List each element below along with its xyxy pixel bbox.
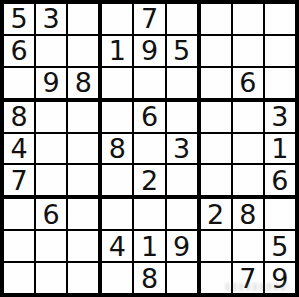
- cell-r7c4[interactable]: [102, 199, 132, 229]
- cell-r2c2[interactable]: [36, 36, 66, 66]
- cell-r1c4[interactable]: [102, 4, 132, 34]
- box-8: 4198: [102, 199, 196, 293]
- cell-r9c7[interactable]: [201, 263, 231, 293]
- cell-r5c8[interactable]: [233, 134, 263, 164]
- box-6: 316: [201, 102, 295, 196]
- cell-r1c6[interactable]: [167, 4, 197, 34]
- cell-r2c3[interactable]: [68, 36, 98, 66]
- cell-r2c9[interactable]: [265, 36, 295, 66]
- cell-r9c8: 7: [233, 263, 263, 293]
- cell-r3c6[interactable]: [167, 68, 197, 98]
- box-1: 53698: [4, 4, 98, 98]
- cell-r5c5[interactable]: [134, 134, 164, 164]
- cell-r3c1[interactable]: [4, 68, 34, 98]
- cell-r1c7[interactable]: [201, 4, 231, 34]
- cell-r6c8[interactable]: [233, 165, 263, 195]
- cell-r5c1: 4: [4, 134, 34, 164]
- cell-r7c8: 8: [233, 199, 263, 229]
- box-4: 847: [4, 102, 98, 196]
- cell-r3c3: 8: [68, 68, 98, 98]
- cell-r8c1[interactable]: [4, 231, 34, 261]
- cell-r1c8[interactable]: [233, 4, 263, 34]
- cell-r7c2: 6: [36, 199, 66, 229]
- cell-r9c3[interactable]: [68, 263, 98, 293]
- box-2: 7195: [102, 4, 196, 98]
- cell-r6c5: 2: [134, 165, 164, 195]
- cell-r7c3[interactable]: [68, 199, 98, 229]
- cell-r5c4: 8: [102, 134, 132, 164]
- cell-r2c8[interactable]: [233, 36, 263, 66]
- cell-r1c3[interactable]: [68, 4, 98, 34]
- cell-r6c2[interactable]: [36, 165, 66, 195]
- cell-r8c2[interactable]: [36, 231, 66, 261]
- cell-r5c7[interactable]: [201, 134, 231, 164]
- cell-r3c4[interactable]: [102, 68, 132, 98]
- cell-r9c5: 8: [134, 263, 164, 293]
- cell-r4c8[interactable]: [233, 102, 263, 132]
- cell-r4c2[interactable]: [36, 102, 66, 132]
- cell-r3c2: 9: [36, 68, 66, 98]
- cell-r4c4[interactable]: [102, 102, 132, 132]
- cell-r2c7[interactable]: [201, 36, 231, 66]
- cell-r8c4: 4: [102, 231, 132, 261]
- cell-r6c7[interactable]: [201, 165, 231, 195]
- cell-r8c7[interactable]: [201, 231, 231, 261]
- cell-r5c6: 3: [167, 134, 197, 164]
- cell-r6c4[interactable]: [102, 165, 132, 195]
- cell-r6c9: 6: [265, 165, 295, 195]
- cell-r3c7[interactable]: [201, 68, 231, 98]
- cell-r7c6[interactable]: [167, 199, 197, 229]
- cell-r4c6[interactable]: [167, 102, 197, 132]
- cell-r3c9[interactable]: [265, 68, 295, 98]
- box-7: 6: [4, 199, 98, 293]
- cell-r1c9[interactable]: [265, 4, 295, 34]
- cell-r9c6[interactable]: [167, 263, 197, 293]
- cell-r6c1: 7: [4, 165, 34, 195]
- cell-r9c4[interactable]: [102, 263, 132, 293]
- cell-r4c7[interactable]: [201, 102, 231, 132]
- cell-r1c1: 5: [4, 4, 34, 34]
- cell-r8c9: 5: [265, 231, 295, 261]
- cell-r4c9: 3: [265, 102, 295, 132]
- cell-r7c7: 2: [201, 199, 231, 229]
- cell-r2c4: 1: [102, 36, 132, 66]
- cell-r5c3[interactable]: [68, 134, 98, 164]
- cell-r4c5: 6: [134, 102, 164, 132]
- cell-r7c9[interactable]: [265, 199, 295, 229]
- cell-r2c1: 6: [4, 36, 34, 66]
- cell-r2c5: 9: [134, 36, 164, 66]
- cell-r7c1[interactable]: [4, 199, 34, 229]
- box-3: 6: [201, 4, 295, 98]
- cell-r9c9: 9: [265, 263, 295, 293]
- cell-r4c3[interactable]: [68, 102, 98, 132]
- cell-r3c8: 6: [233, 68, 263, 98]
- cell-r3c5[interactable]: [134, 68, 164, 98]
- cell-r9c2[interactable]: [36, 263, 66, 293]
- cell-r8c5: 1: [134, 231, 164, 261]
- box-9: 28579: [201, 199, 295, 293]
- cell-r6c6[interactable]: [167, 165, 197, 195]
- box-5: 6832: [102, 102, 196, 196]
- cell-r5c2[interactable]: [36, 134, 66, 164]
- cell-r8c6: 9: [167, 231, 197, 261]
- cell-r1c5: 7: [134, 4, 164, 34]
- sudoku-board: 536987195684768323166419828579: [0, 0, 299, 297]
- cell-r8c8[interactable]: [233, 231, 263, 261]
- sudoku-board-wrap: 536987195684768323166419828579: [0, 0, 299, 297]
- cell-r4c1: 8: [4, 102, 34, 132]
- cell-r1c2: 3: [36, 4, 66, 34]
- cell-r6c3[interactable]: [68, 165, 98, 195]
- cell-r2c6: 5: [167, 36, 197, 66]
- cell-r8c3[interactable]: [68, 231, 98, 261]
- cell-r7c5[interactable]: [134, 199, 164, 229]
- cell-r9c1[interactable]: [4, 263, 34, 293]
- cell-r5c9: 1: [265, 134, 295, 164]
